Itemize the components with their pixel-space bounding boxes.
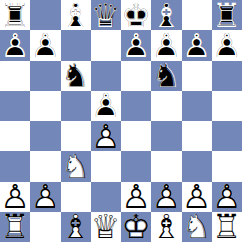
piece-white-rook[interactable]: ♜♖	[0, 212, 30, 242]
white-pawn-outline-icon: ♙	[30, 182, 60, 212]
black-pawn-outline-icon: ♙	[91, 91, 121, 121]
piece-black-pawn[interactable]: ♟♙	[91, 91, 121, 121]
piece-black-king[interactable]: ♚♔	[121, 0, 151, 30]
white-knight-icon: ♞	[182, 212, 212, 242]
square-c5[interactable]	[61, 91, 91, 121]
square-b2[interactable]: ♟♙	[30, 182, 60, 212]
chess-board: ♜♖♝♗♛♕♚♔♝♗♜♖♟♙♟♙♟♙♟♙♟♙♟♙♞♘♞♘♟♙♟♙♞♘♟♙♟♙♟♙…	[0, 0, 242, 242]
white-pawn-icon: ♟	[182, 182, 212, 212]
square-h1[interactable]: ♜♖	[212, 212, 242, 242]
square-c4[interactable]	[61, 121, 91, 151]
piece-black-pawn[interactable]: ♟♙	[151, 30, 181, 60]
piece-black-queen[interactable]: ♛♕	[91, 0, 121, 30]
square-e8[interactable]: ♚♔	[121, 0, 151, 30]
square-g7[interactable]: ♟♙	[182, 30, 212, 60]
square-c6[interactable]: ♞♘	[61, 61, 91, 91]
white-queen-icon: ♛	[91, 212, 121, 242]
piece-black-pawn[interactable]: ♟♙	[0, 30, 30, 60]
square-f1[interactable]: ♝♗	[151, 212, 181, 242]
square-f8[interactable]: ♝♗	[151, 0, 181, 30]
white-rook-outline-icon: ♖	[0, 212, 30, 242]
white-pawn-icon: ♟	[151, 182, 181, 212]
black-pawn-outline-icon: ♙	[151, 30, 181, 60]
black-rook-outline-icon: ♖	[0, 0, 30, 30]
piece-white-pawn[interactable]: ♟♙	[151, 182, 181, 212]
black-bishop-icon: ♝	[151, 0, 181, 30]
square-c7[interactable]	[61, 30, 91, 60]
piece-white-pawn[interactable]: ♟♙	[212, 182, 242, 212]
piece-black-rook[interactable]: ♜♖	[212, 0, 242, 30]
square-g3[interactable]	[182, 151, 212, 181]
white-pawn-outline-icon: ♙	[91, 121, 121, 151]
white-pawn-outline-icon: ♙	[182, 182, 212, 212]
square-c1[interactable]: ♝♗	[61, 212, 91, 242]
square-e1[interactable]: ♚♔	[121, 212, 151, 242]
black-knight-icon: ♞	[61, 61, 91, 91]
square-h8[interactable]: ♜♖	[212, 0, 242, 30]
white-pawn-outline-icon: ♙	[121, 182, 151, 212]
square-b6[interactable]	[30, 61, 60, 91]
square-d4[interactable]: ♟♙	[91, 121, 121, 151]
piece-white-bishop[interactable]: ♝♗	[151, 212, 181, 242]
black-rook-outline-icon: ♖	[212, 0, 242, 30]
piece-white-knight[interactable]: ♞♘	[182, 212, 212, 242]
square-g8[interactable]	[182, 0, 212, 30]
black-pawn-icon: ♟	[0, 30, 30, 60]
white-pawn-icon: ♟	[91, 121, 121, 151]
black-king-icon: ♚	[121, 0, 151, 30]
black-king-outline-icon: ♔	[121, 0, 151, 30]
square-e5[interactable]	[121, 91, 151, 121]
white-queen-outline-icon: ♕	[91, 212, 121, 242]
white-king-outline-icon: ♔	[121, 212, 151, 242]
square-d1[interactable]: ♛♕	[91, 212, 121, 242]
black-pawn-icon: ♟	[91, 91, 121, 121]
piece-white-pawn[interactable]: ♟♙	[182, 182, 212, 212]
piece-white-pawn[interactable]: ♟♙	[121, 182, 151, 212]
white-rook-icon: ♜	[212, 212, 242, 242]
square-a6[interactable]	[0, 61, 30, 91]
piece-white-rook[interactable]: ♜♖	[212, 212, 242, 242]
white-rook-outline-icon: ♖	[212, 212, 242, 242]
white-bishop-outline-icon: ♗	[61, 212, 91, 242]
piece-black-knight[interactable]: ♞♘	[61, 61, 91, 91]
square-h2[interactable]: ♟♙	[212, 182, 242, 212]
square-g4[interactable]	[182, 121, 212, 151]
square-e2[interactable]: ♟♙	[121, 182, 151, 212]
white-pawn-icon: ♟	[30, 182, 60, 212]
black-bishop-outline-icon: ♗	[61, 0, 91, 30]
piece-white-pawn[interactable]: ♟♙	[0, 182, 30, 212]
square-e3[interactable]	[121, 151, 151, 181]
square-a2[interactable]: ♟♙	[0, 182, 30, 212]
piece-black-pawn[interactable]: ♟♙	[212, 30, 242, 60]
black-queen-outline-icon: ♕	[91, 0, 121, 30]
square-c3[interactable]: ♞♘	[61, 151, 91, 181]
white-knight-icon: ♞	[61, 151, 91, 181]
square-d3[interactable]	[91, 151, 121, 181]
square-b5[interactable]	[30, 91, 60, 121]
white-king-icon: ♚	[121, 212, 151, 242]
white-rook-icon: ♜	[0, 212, 30, 242]
white-pawn-outline-icon: ♙	[151, 182, 181, 212]
chess-board-window: ♜♖♝♗♛♕♚♔♝♗♜♖♟♙♟♙♟♙♟♙♟♙♟♙♞♘♞♘♟♙♟♙♞♘♟♙♟♙♟♙…	[0, 0, 242, 242]
square-a8[interactable]: ♜♖	[0, 0, 30, 30]
black-pawn-icon: ♟	[182, 30, 212, 60]
square-a5[interactable]	[0, 91, 30, 121]
square-b4[interactable]	[30, 121, 60, 151]
piece-black-bishop[interactable]: ♝♗	[151, 0, 181, 30]
white-bishop-icon: ♝	[151, 212, 181, 242]
black-pawn-outline-icon: ♙	[121, 30, 151, 60]
black-pawn-outline-icon: ♙	[212, 30, 242, 60]
square-a3[interactable]	[0, 151, 30, 181]
square-g5[interactable]	[182, 91, 212, 121]
square-f5[interactable]	[151, 91, 181, 121]
square-f4[interactable]	[151, 121, 181, 151]
black-bishop-icon: ♝	[61, 0, 91, 30]
square-g1[interactable]: ♞♘	[182, 212, 212, 242]
square-a7[interactable]: ♟♙	[0, 30, 30, 60]
square-c8[interactable]: ♝♗	[61, 0, 91, 30]
square-b1[interactable]	[30, 212, 60, 242]
piece-black-bishop[interactable]: ♝♗	[61, 0, 91, 30]
square-c2[interactable]	[61, 182, 91, 212]
square-h7[interactable]: ♟♙	[212, 30, 242, 60]
piece-black-pawn[interactable]: ♟♙	[30, 30, 60, 60]
square-f3[interactable]	[151, 151, 181, 181]
square-d7[interactable]	[91, 30, 121, 60]
square-b3[interactable]	[30, 151, 60, 181]
black-rook-icon: ♜	[0, 0, 30, 30]
black-knight-outline-icon: ♘	[61, 61, 91, 91]
white-pawn-icon: ♟	[0, 182, 30, 212]
square-d5[interactable]: ♟♙	[91, 91, 121, 121]
white-bishop-outline-icon: ♗	[151, 212, 181, 242]
square-a4[interactable]	[0, 121, 30, 151]
white-pawn-outline-icon: ♙	[0, 182, 30, 212]
square-g6[interactable]	[182, 61, 212, 91]
square-e7[interactable]: ♟♙	[121, 30, 151, 60]
piece-white-pawn[interactable]: ♟♙	[91, 121, 121, 151]
black-knight-outline-icon: ♘	[151, 61, 181, 91]
black-pawn-outline-icon: ♙	[182, 30, 212, 60]
square-h3[interactable]	[212, 151, 242, 181]
square-d8[interactable]: ♛♕	[91, 0, 121, 30]
white-pawn-icon: ♟	[121, 182, 151, 212]
square-f2[interactable]: ♟♙	[151, 182, 181, 212]
black-pawn-outline-icon: ♙	[0, 30, 30, 60]
black-pawn-icon: ♟	[212, 30, 242, 60]
square-h5[interactable]	[212, 91, 242, 121]
square-b7[interactable]: ♟♙	[30, 30, 60, 60]
square-b8[interactable]	[30, 0, 60, 30]
black-pawn-icon: ♟	[30, 30, 60, 60]
square-f7[interactable]: ♟♙	[151, 30, 181, 60]
black-knight-icon: ♞	[151, 61, 181, 91]
square-e4[interactable]	[121, 121, 151, 151]
square-a1[interactable]: ♜♖	[0, 212, 30, 242]
white-bishop-icon: ♝	[61, 212, 91, 242]
white-knight-outline-icon: ♘	[61, 151, 91, 181]
square-e6[interactable]	[121, 61, 151, 91]
white-knight-outline-icon: ♘	[182, 212, 212, 242]
square-h6[interactable]	[212, 61, 242, 91]
piece-white-king[interactable]: ♚♔	[121, 212, 151, 242]
piece-black-rook[interactable]: ♜♖	[0, 0, 30, 30]
square-d6[interactable]	[91, 61, 121, 91]
piece-black-pawn[interactable]: ♟♙	[182, 30, 212, 60]
black-pawn-icon: ♟	[151, 30, 181, 60]
white-pawn-outline-icon: ♙	[212, 182, 242, 212]
square-d2[interactable]	[91, 182, 121, 212]
piece-white-pawn[interactable]: ♟♙	[30, 182, 60, 212]
piece-white-queen[interactable]: ♛♕	[91, 212, 121, 242]
black-rook-icon: ♜	[212, 0, 242, 30]
piece-white-knight[interactable]: ♞♘	[61, 151, 91, 181]
square-f6[interactable]: ♞♘	[151, 61, 181, 91]
piece-black-pawn[interactable]: ♟♙	[121, 30, 151, 60]
white-pawn-icon: ♟	[212, 182, 242, 212]
piece-black-knight[interactable]: ♞♘	[151, 61, 181, 91]
black-pawn-outline-icon: ♙	[30, 30, 60, 60]
black-pawn-icon: ♟	[121, 30, 151, 60]
piece-white-bishop[interactable]: ♝♗	[61, 212, 91, 242]
square-h4[interactable]	[212, 121, 242, 151]
square-g2[interactable]: ♟♙	[182, 182, 212, 212]
black-bishop-outline-icon: ♗	[151, 0, 181, 30]
black-queen-icon: ♛	[91, 0, 121, 30]
